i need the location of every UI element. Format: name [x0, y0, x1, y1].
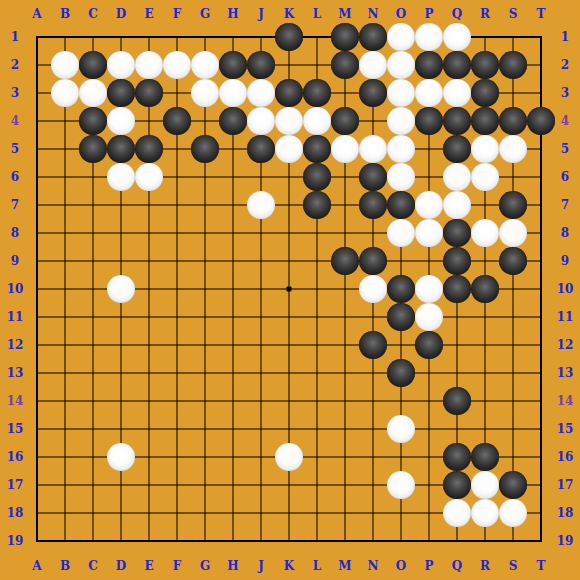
intersection-N6[interactable]	[359, 163, 387, 191]
intersection-G4[interactable]	[191, 107, 219, 135]
intersection-B15[interactable]	[51, 415, 79, 443]
intersection-K10[interactable]	[275, 275, 303, 303]
intersection-J3[interactable]	[247, 79, 275, 107]
intersection-F5[interactable]	[163, 135, 191, 163]
intersection-F2[interactable]	[163, 51, 191, 79]
intersection-S15[interactable]	[499, 415, 527, 443]
intersection-P13[interactable]	[415, 359, 443, 387]
intersection-M12[interactable]	[331, 331, 359, 359]
intersection-H17[interactable]	[219, 471, 247, 499]
intersection-R1[interactable]	[471, 23, 499, 51]
intersection-S7[interactable]	[499, 191, 527, 219]
intersection-K11[interactable]	[275, 303, 303, 331]
intersection-K6[interactable]	[275, 163, 303, 191]
intersection-R8[interactable]	[471, 219, 499, 247]
intersection-L14[interactable]	[303, 387, 331, 415]
intersection-C3[interactable]	[79, 79, 107, 107]
intersection-G10[interactable]	[191, 275, 219, 303]
intersection-H15[interactable]	[219, 415, 247, 443]
intersection-F10[interactable]	[163, 275, 191, 303]
intersection-Q19[interactable]	[443, 527, 471, 555]
intersection-B4[interactable]	[51, 107, 79, 135]
intersection-N16[interactable]	[359, 443, 387, 471]
intersection-N2[interactable]	[359, 51, 387, 79]
intersection-J8[interactable]	[247, 219, 275, 247]
intersection-S6[interactable]	[499, 163, 527, 191]
intersection-R12[interactable]	[471, 331, 499, 359]
intersection-H2[interactable]	[219, 51, 247, 79]
intersection-M18[interactable]	[331, 499, 359, 527]
intersection-G3[interactable]	[191, 79, 219, 107]
intersection-K13[interactable]	[275, 359, 303, 387]
intersection-H10[interactable]	[219, 275, 247, 303]
intersection-Q6[interactable]	[443, 163, 471, 191]
intersection-P16[interactable]	[415, 443, 443, 471]
intersection-R6[interactable]	[471, 163, 499, 191]
intersection-R17[interactable]	[471, 471, 499, 499]
intersection-E9[interactable]	[135, 247, 163, 275]
intersection-O11[interactable]	[387, 303, 415, 331]
intersection-L18[interactable]	[303, 499, 331, 527]
intersection-K15[interactable]	[275, 415, 303, 443]
intersection-D1[interactable]	[107, 23, 135, 51]
intersection-M11[interactable]	[331, 303, 359, 331]
intersection-G17[interactable]	[191, 471, 219, 499]
intersection-E7[interactable]	[135, 191, 163, 219]
intersection-H4[interactable]	[219, 107, 247, 135]
intersection-P9[interactable]	[415, 247, 443, 275]
intersection-K14[interactable]	[275, 387, 303, 415]
intersection-B3[interactable]	[51, 79, 79, 107]
intersection-H3[interactable]	[219, 79, 247, 107]
intersection-B12[interactable]	[51, 331, 79, 359]
intersection-J17[interactable]	[247, 471, 275, 499]
intersection-N4[interactable]	[359, 107, 387, 135]
intersection-E16[interactable]	[135, 443, 163, 471]
intersection-G7[interactable]	[191, 191, 219, 219]
intersection-E6[interactable]	[135, 163, 163, 191]
intersection-C8[interactable]	[79, 219, 107, 247]
intersection-S14[interactable]	[499, 387, 527, 415]
intersection-N9[interactable]	[359, 247, 387, 275]
intersection-Q18[interactable]	[443, 499, 471, 527]
intersection-G13[interactable]	[191, 359, 219, 387]
intersection-S1[interactable]	[499, 23, 527, 51]
intersection-H12[interactable]	[219, 331, 247, 359]
intersection-B2[interactable]	[51, 51, 79, 79]
intersection-M1[interactable]	[331, 23, 359, 51]
intersection-M14[interactable]	[331, 387, 359, 415]
intersection-O16[interactable]	[387, 443, 415, 471]
intersection-P12[interactable]	[415, 331, 443, 359]
intersection-E19[interactable]	[135, 527, 163, 555]
intersection-H8[interactable]	[219, 219, 247, 247]
intersection-M16[interactable]	[331, 443, 359, 471]
intersection-E8[interactable]	[135, 219, 163, 247]
intersection-J7[interactable]	[247, 191, 275, 219]
intersection-R5[interactable]	[471, 135, 499, 163]
intersection-G2[interactable]	[191, 51, 219, 79]
intersection-M7[interactable]	[331, 191, 359, 219]
intersection-K17[interactable]	[275, 471, 303, 499]
intersection-D13[interactable]	[107, 359, 135, 387]
intersection-C7[interactable]	[79, 191, 107, 219]
intersection-E11[interactable]	[135, 303, 163, 331]
intersection-K16[interactable]	[275, 443, 303, 471]
intersection-L5[interactable]	[303, 135, 331, 163]
intersection-K7[interactable]	[275, 191, 303, 219]
intersection-J4[interactable]	[247, 107, 275, 135]
intersection-K4[interactable]	[275, 107, 303, 135]
intersection-P19[interactable]	[415, 527, 443, 555]
intersection-L11[interactable]	[303, 303, 331, 331]
intersection-H7[interactable]	[219, 191, 247, 219]
intersection-O7[interactable]	[387, 191, 415, 219]
intersection-J2[interactable]	[247, 51, 275, 79]
intersection-B13[interactable]	[51, 359, 79, 387]
intersection-J13[interactable]	[247, 359, 275, 387]
intersection-J5[interactable]	[247, 135, 275, 163]
intersection-F1[interactable]	[163, 23, 191, 51]
intersection-P4[interactable]	[415, 107, 443, 135]
intersection-B5[interactable]	[51, 135, 79, 163]
intersection-C13[interactable]	[79, 359, 107, 387]
intersection-G16[interactable]	[191, 443, 219, 471]
intersection-O3[interactable]	[387, 79, 415, 107]
intersection-F17[interactable]	[163, 471, 191, 499]
intersection-J6[interactable]	[247, 163, 275, 191]
intersection-B10[interactable]	[51, 275, 79, 303]
intersection-Q1[interactable]	[443, 23, 471, 51]
intersection-O14[interactable]	[387, 387, 415, 415]
intersection-J14[interactable]	[247, 387, 275, 415]
intersection-B8[interactable]	[51, 219, 79, 247]
intersection-S12[interactable]	[499, 331, 527, 359]
intersection-L10[interactable]	[303, 275, 331, 303]
intersection-H13[interactable]	[219, 359, 247, 387]
intersection-D12[interactable]	[107, 331, 135, 359]
intersection-H9[interactable]	[219, 247, 247, 275]
intersection-Q12[interactable]	[443, 331, 471, 359]
intersection-S4[interactable]	[499, 107, 527, 135]
intersection-J1[interactable]	[247, 23, 275, 51]
intersection-K1[interactable]	[275, 23, 303, 51]
intersection-H11[interactable]	[219, 303, 247, 331]
intersection-N13[interactable]	[359, 359, 387, 387]
intersection-N1[interactable]	[359, 23, 387, 51]
intersection-D5[interactable]	[107, 135, 135, 163]
intersection-R7[interactable]	[471, 191, 499, 219]
intersection-M17[interactable]	[331, 471, 359, 499]
intersection-N17[interactable]	[359, 471, 387, 499]
intersection-R10[interactable]	[471, 275, 499, 303]
intersection-N3[interactable]	[359, 79, 387, 107]
intersection-D6[interactable]	[107, 163, 135, 191]
intersection-L15[interactable]	[303, 415, 331, 443]
intersection-L1[interactable]	[303, 23, 331, 51]
intersection-B19[interactable]	[51, 527, 79, 555]
intersection-J12[interactable]	[247, 331, 275, 359]
intersection-G1[interactable]	[191, 23, 219, 51]
intersection-J18[interactable]	[247, 499, 275, 527]
intersection-C2[interactable]	[79, 51, 107, 79]
intersection-O9[interactable]	[387, 247, 415, 275]
intersection-S17[interactable]	[499, 471, 527, 499]
intersection-M4[interactable]	[331, 107, 359, 135]
intersection-O1[interactable]	[387, 23, 415, 51]
intersection-C12[interactable]	[79, 331, 107, 359]
intersection-E10[interactable]	[135, 275, 163, 303]
intersection-P5[interactable]	[415, 135, 443, 163]
intersection-J10[interactable]	[247, 275, 275, 303]
intersection-M6[interactable]	[331, 163, 359, 191]
intersection-O6[interactable]	[387, 163, 415, 191]
intersection-S9[interactable]	[499, 247, 527, 275]
intersection-C16[interactable]	[79, 443, 107, 471]
intersection-F12[interactable]	[163, 331, 191, 359]
intersection-O10[interactable]	[387, 275, 415, 303]
intersection-K18[interactable]	[275, 499, 303, 527]
intersection-R16[interactable]	[471, 443, 499, 471]
intersection-Q2[interactable]	[443, 51, 471, 79]
intersection-J15[interactable]	[247, 415, 275, 443]
intersection-G11[interactable]	[191, 303, 219, 331]
intersection-H5[interactable]	[219, 135, 247, 163]
intersection-C14[interactable]	[79, 387, 107, 415]
intersection-L4[interactable]	[303, 107, 331, 135]
intersection-O13[interactable]	[387, 359, 415, 387]
intersection-F8[interactable]	[163, 219, 191, 247]
intersection-O4[interactable]	[387, 107, 415, 135]
intersection-G8[interactable]	[191, 219, 219, 247]
intersection-S10[interactable]	[499, 275, 527, 303]
intersection-P11[interactable]	[415, 303, 443, 331]
intersection-C5[interactable]	[79, 135, 107, 163]
intersection-D16[interactable]	[107, 443, 135, 471]
intersection-C11[interactable]	[79, 303, 107, 331]
intersection-D10[interactable]	[107, 275, 135, 303]
intersection-D2[interactable]	[107, 51, 135, 79]
intersection-S8[interactable]	[499, 219, 527, 247]
intersection-F19[interactable]	[163, 527, 191, 555]
intersection-J16[interactable]	[247, 443, 275, 471]
intersection-E14[interactable]	[135, 387, 163, 415]
intersection-L16[interactable]	[303, 443, 331, 471]
intersection-G9[interactable]	[191, 247, 219, 275]
intersection-C6[interactable]	[79, 163, 107, 191]
intersection-P2[interactable]	[415, 51, 443, 79]
intersection-P17[interactable]	[415, 471, 443, 499]
intersection-R2[interactable]	[471, 51, 499, 79]
intersection-N8[interactable]	[359, 219, 387, 247]
intersection-C10[interactable]	[79, 275, 107, 303]
intersection-Q10[interactable]	[443, 275, 471, 303]
intersection-O5[interactable]	[387, 135, 415, 163]
intersection-M2[interactable]	[331, 51, 359, 79]
intersection-R19[interactable]	[471, 527, 499, 555]
intersection-E2[interactable]	[135, 51, 163, 79]
intersection-C17[interactable]	[79, 471, 107, 499]
intersection-M15[interactable]	[331, 415, 359, 443]
intersection-G18[interactable]	[191, 499, 219, 527]
intersection-G14[interactable]	[191, 387, 219, 415]
intersection-Q8[interactable]	[443, 219, 471, 247]
intersection-C18[interactable]	[79, 499, 107, 527]
intersection-D7[interactable]	[107, 191, 135, 219]
intersection-G12[interactable]	[191, 331, 219, 359]
intersection-G15[interactable]	[191, 415, 219, 443]
intersection-E15[interactable]	[135, 415, 163, 443]
intersection-Q16[interactable]	[443, 443, 471, 471]
intersection-G6[interactable]	[191, 163, 219, 191]
intersection-K9[interactable]	[275, 247, 303, 275]
intersection-F6[interactable]	[163, 163, 191, 191]
intersection-Q3[interactable]	[443, 79, 471, 107]
intersection-N15[interactable]	[359, 415, 387, 443]
intersection-C1[interactable]	[79, 23, 107, 51]
intersection-N7[interactable]	[359, 191, 387, 219]
intersection-O8[interactable]	[387, 219, 415, 247]
intersection-B9[interactable]	[51, 247, 79, 275]
intersection-L17[interactable]	[303, 471, 331, 499]
intersection-R15[interactable]	[471, 415, 499, 443]
intersection-K12[interactable]	[275, 331, 303, 359]
intersection-N19[interactable]	[359, 527, 387, 555]
intersection-Q14[interactable]	[443, 387, 471, 415]
intersection-F4[interactable]	[163, 107, 191, 135]
intersection-J11[interactable]	[247, 303, 275, 331]
intersection-P6[interactable]	[415, 163, 443, 191]
intersection-B7[interactable]	[51, 191, 79, 219]
intersection-E4[interactable]	[135, 107, 163, 135]
intersection-H1[interactable]	[219, 23, 247, 51]
intersection-C19[interactable]	[79, 527, 107, 555]
intersection-F15[interactable]	[163, 415, 191, 443]
intersection-L8[interactable]	[303, 219, 331, 247]
intersection-O19[interactable]	[387, 527, 415, 555]
intersection-F3[interactable]	[163, 79, 191, 107]
intersection-D15[interactable]	[107, 415, 135, 443]
intersection-B18[interactable]	[51, 499, 79, 527]
intersection-D9[interactable]	[107, 247, 135, 275]
intersection-S11[interactable]	[499, 303, 527, 331]
intersection-B16[interactable]	[51, 443, 79, 471]
intersection-D17[interactable]	[107, 471, 135, 499]
intersection-K5[interactable]	[275, 135, 303, 163]
intersection-O2[interactable]	[387, 51, 415, 79]
intersection-M8[interactable]	[331, 219, 359, 247]
intersection-G19[interactable]	[191, 527, 219, 555]
intersection-E12[interactable]	[135, 331, 163, 359]
intersection-K3[interactable]	[275, 79, 303, 107]
intersection-E17[interactable]	[135, 471, 163, 499]
intersection-S3[interactable]	[499, 79, 527, 107]
intersection-R18[interactable]	[471, 499, 499, 527]
intersection-M19[interactable]	[331, 527, 359, 555]
intersection-Q7[interactable]	[443, 191, 471, 219]
intersection-L2[interactable]	[303, 51, 331, 79]
intersection-L13[interactable]	[303, 359, 331, 387]
intersection-B17[interactable]	[51, 471, 79, 499]
intersection-M5[interactable]	[331, 135, 359, 163]
intersection-P1[interactable]	[415, 23, 443, 51]
intersection-L12[interactable]	[303, 331, 331, 359]
intersection-M3[interactable]	[331, 79, 359, 107]
intersection-B11[interactable]	[51, 303, 79, 331]
intersection-L19[interactable]	[303, 527, 331, 555]
intersection-F7[interactable]	[163, 191, 191, 219]
intersection-O18[interactable]	[387, 499, 415, 527]
intersection-P3[interactable]	[415, 79, 443, 107]
intersection-E3[interactable]	[135, 79, 163, 107]
intersection-D11[interactable]	[107, 303, 135, 331]
intersection-N14[interactable]	[359, 387, 387, 415]
intersection-H19[interactable]	[219, 527, 247, 555]
intersection-H6[interactable]	[219, 163, 247, 191]
intersection-J9[interactable]	[247, 247, 275, 275]
intersection-Q11[interactable]	[443, 303, 471, 331]
intersection-O17[interactable]	[387, 471, 415, 499]
intersection-P18[interactable]	[415, 499, 443, 527]
intersection-P7[interactable]	[415, 191, 443, 219]
intersection-R4[interactable]	[471, 107, 499, 135]
intersection-R3[interactable]	[471, 79, 499, 107]
intersection-R14[interactable]	[471, 387, 499, 415]
intersection-D3[interactable]	[107, 79, 135, 107]
intersection-N10[interactable]	[359, 275, 387, 303]
intersection-J19[interactable]	[247, 527, 275, 555]
intersection-R11[interactable]	[471, 303, 499, 331]
intersection-Q5[interactable]	[443, 135, 471, 163]
intersection-P15[interactable]	[415, 415, 443, 443]
intersection-E13[interactable]	[135, 359, 163, 387]
intersection-P10[interactable]	[415, 275, 443, 303]
intersection-S19[interactable]	[499, 527, 527, 555]
intersection-D8[interactable]	[107, 219, 135, 247]
intersection-H16[interactable]	[219, 443, 247, 471]
intersection-F18[interactable]	[163, 499, 191, 527]
intersection-P14[interactable]	[415, 387, 443, 415]
intersection-R13[interactable]	[471, 359, 499, 387]
intersection-R9[interactable]	[471, 247, 499, 275]
intersection-L6[interactable]	[303, 163, 331, 191]
intersection-L7[interactable]	[303, 191, 331, 219]
intersection-S5[interactable]	[499, 135, 527, 163]
intersection-L3[interactable]	[303, 79, 331, 107]
intersection-Q9[interactable]	[443, 247, 471, 275]
intersection-S2[interactable]	[499, 51, 527, 79]
intersection-Q4[interactable]	[443, 107, 471, 135]
intersection-H18[interactable]	[219, 499, 247, 527]
intersection-D19[interactable]	[107, 527, 135, 555]
intersection-N11[interactable]	[359, 303, 387, 331]
intersection-Q13[interactable]	[443, 359, 471, 387]
intersection-C4[interactable]	[79, 107, 107, 135]
intersection-S13[interactable]	[499, 359, 527, 387]
intersection-K2[interactable]	[275, 51, 303, 79]
intersection-E1[interactable]	[135, 23, 163, 51]
intersection-E5[interactable]	[135, 135, 163, 163]
intersection-S18[interactable]	[499, 499, 527, 527]
intersection-S16[interactable]	[499, 443, 527, 471]
intersection-O12[interactable]	[387, 331, 415, 359]
intersection-N5[interactable]	[359, 135, 387, 163]
intersection-O15[interactable]	[387, 415, 415, 443]
intersection-M10[interactable]	[331, 275, 359, 303]
intersection-F9[interactable]	[163, 247, 191, 275]
intersection-B1[interactable]	[51, 23, 79, 51]
intersection-D4[interactable]	[107, 107, 135, 135]
